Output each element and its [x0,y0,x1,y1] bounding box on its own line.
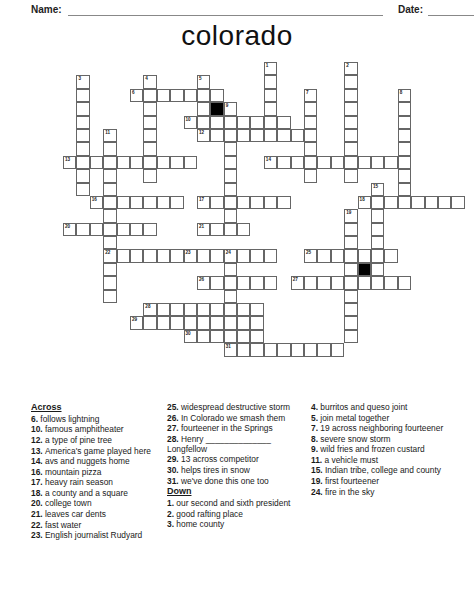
void-cell [291,249,304,262]
grid-cell[interactable] [277,116,290,129]
grid-cell[interactable]: 1 [264,62,277,75]
grid-cell[interactable] [117,223,130,236]
grid-cell[interactable] [358,249,371,262]
grid-cell[interactable] [210,316,223,329]
cell-number: 11 [105,130,110,135]
void-cell [304,316,317,329]
grid-cell[interactable] [371,263,384,276]
grid-cell[interactable] [157,89,170,102]
grid-cell[interactable] [103,223,116,236]
void-cell [63,169,76,182]
grid-cell[interactable] [143,316,156,329]
grid-cell[interactable]: 17 [197,196,210,209]
grid-cell[interactable] [398,116,411,129]
grid-cell[interactable] [304,156,317,169]
grid-cell[interactable] [291,343,304,356]
grid-cell[interactable] [264,116,277,129]
grid-cell[interactable] [250,116,263,129]
grid-cell[interactable] [331,276,344,289]
grid-cell[interactable] [157,303,170,316]
grid-cell[interactable]: 10 [184,116,197,129]
grid-cell[interactable] [384,196,397,209]
grid-cell[interactable] [264,75,277,88]
grid-cell[interactable] [371,209,384,222]
grid-cell[interactable] [304,102,317,115]
grid-cell[interactable] [317,156,330,169]
grid-cell[interactable] [398,102,411,115]
void-cell [237,169,250,182]
grid-cell[interactable] [371,156,384,169]
grid-cell[interactable] [103,183,116,196]
grid-cell[interactable]: 7 [304,89,317,102]
grid-cell[interactable] [170,196,183,209]
clue-item: 19. first fourteener [311,476,463,486]
void-cell [90,102,103,115]
clues-column-down: 4. burritos and queso joint5. join metal… [311,402,463,497]
grid-cell[interactable] [264,129,277,142]
grid-cell[interactable] [237,276,250,289]
grid-cell[interactable] [224,330,237,343]
grid-cell[interactable] [130,223,143,236]
void-cell [384,62,397,75]
grid-cell[interactable] [76,169,89,182]
grid-cell[interactable] [197,116,210,129]
grid-cell[interactable]: 23 [184,249,197,262]
void-cell [438,263,451,276]
grid-cell[interactable] [250,343,263,356]
grid-cell[interactable] [184,316,197,329]
void-cell [277,169,290,182]
grid-cell[interactable] [304,169,317,182]
grid-cell[interactable] [143,223,156,236]
grid-cell[interactable] [371,276,384,289]
void-cell [157,263,170,276]
void-cell [264,303,277,316]
grid-cell[interactable] [250,303,263,316]
grid-cell[interactable] [344,89,357,102]
grid-cell[interactable] [170,156,183,169]
grid-cell[interactable] [224,290,237,303]
grid-cell[interactable] [224,129,237,142]
grid-cell[interactable] [157,316,170,329]
void-cell [63,263,76,276]
grid-cell[interactable] [425,196,438,209]
void-cell [358,290,371,303]
grid-cell[interactable] [184,156,197,169]
cell-number: 31 [226,344,231,349]
void-cell [76,249,89,262]
grid-cell[interactable] [344,102,357,115]
grid-cell[interactable]: 3 [76,75,89,88]
grid-cell[interactable] [210,223,223,236]
grid-cell[interactable] [143,142,156,155]
grid-cell[interactable] [76,183,89,196]
grid-cell[interactable] [157,196,170,209]
void-cell [291,89,304,102]
grid-cell[interactable] [264,276,277,289]
grid-cell[interactable] [130,196,143,209]
grid-cell[interactable] [157,156,170,169]
grid-cell[interactable]: 16 [90,196,103,209]
void-cell [451,303,464,316]
grid-cell[interactable] [317,343,330,356]
grid-cell[interactable] [197,102,210,115]
grid-cell[interactable] [250,249,263,262]
grid-cell[interactable] [224,116,237,129]
grid-cell[interactable]: 11 [103,129,116,142]
void-cell [250,89,263,102]
grid-cell[interactable] [264,249,277,262]
grid-cell[interactable] [237,330,250,343]
void-cell [411,330,424,343]
grid-cell[interactable]: 18 [358,196,371,209]
grid-cell[interactable] [344,156,357,169]
void-cell [237,263,250,276]
grid-cell[interactable] [277,156,290,169]
grid-cell[interactable]: 27 [291,276,304,289]
grid-cell[interactable] [103,156,116,169]
clue-number: 7. [311,423,320,433]
grid-cell[interactable] [76,223,89,236]
grid-cell[interactable] [143,169,156,182]
void-cell [317,102,330,115]
grid-cell[interactable] [250,316,263,329]
grid-cell[interactable] [398,142,411,155]
void-cell [184,223,197,236]
grid-cell[interactable] [264,102,277,115]
grid-cell[interactable] [76,102,89,115]
void-cell [384,290,397,303]
clue-number: 10. [31,424,45,434]
grid-cell[interactable] [398,156,411,169]
void-cell [277,102,290,115]
void-cell [358,116,371,129]
grid-cell[interactable] [344,263,357,276]
void-cell [277,89,290,102]
grid-cell[interactable] [384,276,397,289]
void-cell [277,75,290,88]
void-cell [90,129,103,142]
grid-cell[interactable] [371,196,384,209]
grid-cell[interactable] [210,196,223,209]
grid-cell[interactable] [143,89,156,102]
grid-cell[interactable] [224,316,237,329]
grid-cell[interactable] [237,249,250,262]
grid-cell[interactable] [210,116,223,129]
grid-cell[interactable] [184,303,197,316]
void-cell [291,62,304,75]
grid-cell[interactable] [250,330,263,343]
grid-cell[interactable] [224,276,237,289]
grid-cell[interactable] [143,249,156,262]
void-cell [398,343,411,356]
grid-cell[interactable] [384,156,397,169]
grid-cell[interactable] [250,276,263,289]
void-cell [117,236,130,249]
grid-cell[interactable] [143,102,156,115]
grid-cell[interactable] [103,276,116,289]
grid-cell[interactable] [438,196,451,209]
grid-cell[interactable] [277,343,290,356]
grid-cell[interactable] [371,236,384,249]
grid-cell[interactable] [250,129,263,142]
grid-cell[interactable] [344,169,357,182]
void-cell [291,183,304,196]
grid-cell[interactable] [197,249,210,262]
grid-cell[interactable] [451,196,464,209]
clue-number: 28. [167,434,181,444]
grid-cell[interactable]: 14 [264,156,277,169]
void-cell [398,75,411,88]
grid-cell[interactable]: 5 [197,75,210,88]
grid-cell[interactable] [143,196,156,209]
void-cell [264,236,277,249]
cell-number: 26 [199,277,204,282]
grid-cell[interactable]: 13 [63,156,76,169]
grid-cell[interactable] [291,129,304,142]
clue-number: 31. [167,476,181,486]
grid-cell[interactable]: 21 [197,223,210,236]
grid-cell[interactable] [224,303,237,316]
grid-cell[interactable]: 2 [344,62,357,75]
grid-cell[interactable] [224,196,237,209]
grid-cell[interactable] [130,156,143,169]
grid-cell[interactable] [358,156,371,169]
grid-cell[interactable] [143,156,156,169]
grid-cell[interactable] [237,303,250,316]
grid-cell[interactable] [237,129,250,142]
clue-number: 14. [31,456,45,466]
grid-cell[interactable] [291,156,304,169]
grid-cell[interactable] [304,343,317,356]
void-cell [237,290,250,303]
void-cell [411,129,424,142]
grid-cell[interactable]: 28 [143,303,156,316]
grid-cell[interactable] [331,156,344,169]
grid-cell[interactable] [237,343,250,356]
grid-cell[interactable] [170,249,183,262]
grid-cell[interactable]: 24 [224,249,237,262]
void-cell [304,183,317,196]
grid-cell[interactable] [197,303,210,316]
void-cell [438,169,451,182]
grid-cell[interactable] [117,196,130,209]
grid-cell[interactable] [170,303,183,316]
void-cell [425,62,438,75]
grid-cell[interactable] [90,223,103,236]
grid-cell[interactable] [103,236,116,249]
grid-cell[interactable] [317,249,330,262]
grid-cell[interactable] [210,330,223,343]
grid-cell[interactable] [157,249,170,262]
grid-cell[interactable] [344,330,357,343]
grid-cell[interactable] [304,142,317,155]
void-cell [384,330,397,343]
grid-cell[interactable] [90,156,103,169]
grid-cell[interactable] [277,196,290,209]
void-cell [197,156,210,169]
grid-cell[interactable] [277,129,290,142]
grid-cell[interactable] [304,116,317,129]
grid-cell[interactable] [103,196,116,209]
grid-cell[interactable] [371,223,384,236]
grid-cell[interactable] [210,303,223,316]
void-cell [130,129,143,142]
grid-cell[interactable] [184,89,197,102]
grid-cell[interactable]: 25 [304,249,317,262]
grid-cell[interactable] [103,169,116,182]
grid-cell[interactable]: 15 [371,183,384,196]
void-cell [438,236,451,249]
clue-number: 20. [31,498,45,508]
grid-cell[interactable] [143,129,156,142]
void-cell [438,290,451,303]
grid-cell[interactable] [250,196,263,209]
grid-cell[interactable]: 20 [63,223,76,236]
grid-cell[interactable] [170,89,183,102]
date-input-line[interactable] [428,15,474,16]
grid-cell[interactable]: 22 [103,249,116,262]
grid-cell[interactable] [103,142,116,155]
void-cell [291,223,304,236]
grid-cell[interactable] [304,129,317,142]
grid-cell[interactable]: 8 [398,89,411,102]
grid-cell[interactable] [76,129,89,142]
grid-cell[interactable] [103,290,116,303]
grid-cell[interactable] [224,263,237,276]
clue-item: 15. Indian tribe, college and county [311,465,463,475]
void-cell [331,196,344,209]
void-cell [250,183,263,196]
grid-cell[interactable] [210,129,223,142]
grid-cell[interactable] [344,303,357,316]
grid-cell[interactable] [76,89,89,102]
grid-cell[interactable] [344,249,357,262]
void-cell [317,196,330,209]
clue-number: 18. [31,488,45,498]
void-cell [130,102,143,115]
grid-cell[interactable]: 30 [184,330,197,343]
grid-cell[interactable] [224,169,237,182]
grid-cell[interactable] [237,196,250,209]
grid-cell[interactable]: 29 [130,316,143,329]
grid-cell[interactable] [344,290,357,303]
void-cell [170,290,183,303]
void-cell [117,290,130,303]
void-cell [331,116,344,129]
grid-cell[interactable] [117,156,130,169]
grid-cell[interactable] [76,116,89,129]
void-cell [371,142,384,155]
grid-cell[interactable] [264,89,277,102]
grid-cell[interactable] [103,209,116,222]
grid-cell[interactable] [344,129,357,142]
grid-cell[interactable] [331,249,344,262]
grid-cell[interactable] [398,129,411,142]
grid-cell[interactable] [371,249,384,262]
grid-cell[interactable]: 26 [197,276,210,289]
grid-cell[interactable] [411,196,424,209]
grid-cell[interactable] [331,343,344,356]
grid-cell[interactable] [224,156,237,169]
grid-cell[interactable]: 9 [224,102,237,115]
grid-cell[interactable] [197,330,210,343]
grid-cell[interactable] [304,276,317,289]
grid-cell[interactable] [210,276,223,289]
grid-cell[interactable] [117,249,130,262]
grid-cell[interactable]: 31 [224,343,237,356]
grid-cell[interactable] [317,276,330,289]
void-cell [317,129,330,142]
grid-cell[interactable] [224,142,237,155]
clue-list-header: Down [167,486,307,497]
grid-cell[interactable] [237,223,250,236]
grid-cell[interactable] [344,142,357,155]
void-cell [317,303,330,316]
grid-cell[interactable] [170,316,183,329]
cell-number: 27 [293,277,298,282]
grid-cell[interactable] [384,249,397,262]
grid-cell[interactable] [344,75,357,88]
grid-cell[interactable] [224,209,237,222]
grid-cell[interactable] [103,263,116,276]
void-cell [451,276,464,289]
grid-cell[interactable] [224,223,237,236]
clue-number: 16. [31,467,45,477]
grid-cell[interactable] [344,223,357,236]
page-title: colorado [0,20,474,52]
grid-cell[interactable] [398,196,411,209]
grid-cell[interactable] [130,249,143,262]
black-cell [358,263,371,276]
grid-cell[interactable] [398,169,411,182]
grid-cell[interactable] [197,316,210,329]
grid-cell[interactable] [358,276,371,289]
void-cell [277,316,290,329]
void-cell [398,223,411,236]
clue-item: 20. college town [31,498,164,508]
void-cell [103,116,116,129]
grid-cell[interactable] [237,116,250,129]
grid-cell[interactable]: 6 [130,89,143,102]
grid-cell[interactable] [264,196,277,209]
grid-cell[interactable] [344,316,357,329]
grid-cell[interactable] [344,116,357,129]
grid-cell[interactable] [398,276,411,289]
grid-cell[interactable]: 19 [344,209,357,222]
grid-cell[interactable]: 12 [197,129,210,142]
grid-cell[interactable] [344,276,357,289]
name-input-line[interactable] [68,15,383,16]
void-cell [210,169,223,182]
grid-cell[interactable] [210,249,223,262]
void-cell [291,330,304,343]
void-cell [170,142,183,155]
clue-item: 16. mountain pizza [31,467,164,477]
grid-cell[interactable] [210,89,223,102]
grid-cell[interactable] [237,316,250,329]
grid-cell[interactable] [224,183,237,196]
grid-cell[interactable] [76,142,89,155]
grid-cell[interactable]: 4 [143,75,156,88]
grid-cell[interactable] [398,183,411,196]
grid-cell[interactable] [143,116,156,129]
grid-cell[interactable] [344,236,357,249]
grid-cell[interactable] [264,343,277,356]
grid-cell[interactable] [197,89,210,102]
grid-cell[interactable] [76,156,89,169]
void-cell [438,330,451,343]
